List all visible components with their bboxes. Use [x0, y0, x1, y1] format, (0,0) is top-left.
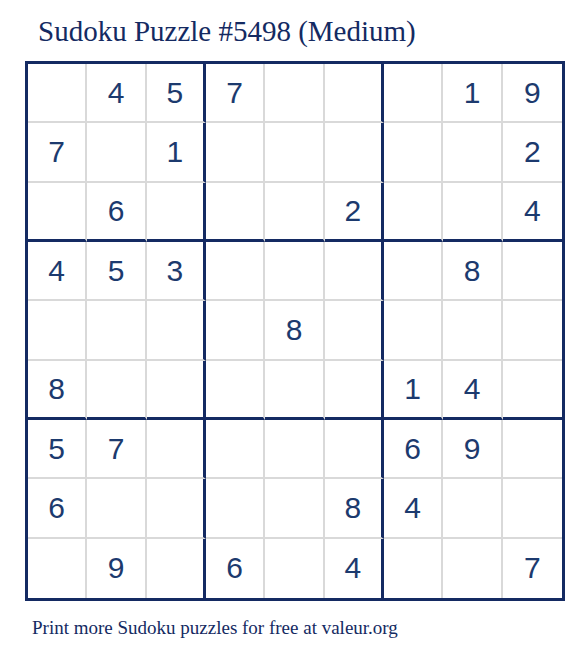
sudoku-grid: 457197126244538881457696849647: [25, 61, 565, 601]
cell-r1c3-given: 5: [147, 64, 206, 123]
cell-r3c2-given: 6: [87, 183, 146, 242]
cell-r8c5-empty[interactable]: [265, 479, 324, 538]
cell-r7c2-given: 7: [87, 420, 146, 479]
cell-r4c5-empty[interactable]: [265, 242, 324, 301]
cell-r5c1-empty[interactable]: [28, 301, 87, 360]
cell-r2c2-empty[interactable]: [87, 123, 146, 182]
cell-r1c9-given: 9: [503, 64, 562, 123]
cell-r4c7-empty[interactable]: [384, 242, 443, 301]
cell-r2c8-empty[interactable]: [443, 123, 502, 182]
cell-r3c8-empty[interactable]: [443, 183, 502, 242]
cell-r9c4-given: 6: [206, 539, 265, 598]
cell-r5c6-empty[interactable]: [325, 301, 384, 360]
cell-r5c2-empty[interactable]: [87, 301, 146, 360]
cell-r2c3-given: 1: [147, 123, 206, 182]
cell-r9c1-empty[interactable]: [28, 539, 87, 598]
cell-r6c3-empty[interactable]: [147, 361, 206, 420]
cell-r4c8-given: 8: [443, 242, 502, 301]
cell-r6c8-given: 4: [443, 361, 502, 420]
cell-r7c8-given: 9: [443, 420, 502, 479]
cell-r4c2-given: 5: [87, 242, 146, 301]
cell-r5c3-empty[interactable]: [147, 301, 206, 360]
cell-r9c7-empty[interactable]: [384, 539, 443, 598]
cell-r6c6-empty[interactable]: [325, 361, 384, 420]
cell-r8c4-empty[interactable]: [206, 479, 265, 538]
cell-r5c5-given: 8: [265, 301, 324, 360]
cell-r4c3-given: 3: [147, 242, 206, 301]
cell-r9c2-given: 9: [87, 539, 146, 598]
cell-r6c2-empty[interactable]: [87, 361, 146, 420]
cell-r5c9-empty[interactable]: [503, 301, 562, 360]
cell-r1c8-given: 1: [443, 64, 502, 123]
cell-r9c9-given: 7: [503, 539, 562, 598]
cell-r3c3-empty[interactable]: [147, 183, 206, 242]
cell-r9c5-empty[interactable]: [265, 539, 324, 598]
cell-r8c1-given: 6: [28, 479, 87, 538]
cell-r5c8-empty[interactable]: [443, 301, 502, 360]
cell-r7c3-empty[interactable]: [147, 420, 206, 479]
page-title: Sudoku Puzzle #5498 (Medium): [38, 14, 416, 49]
cell-r2c1-given: 7: [28, 123, 87, 182]
cell-r2c4-empty[interactable]: [206, 123, 265, 182]
cell-r7c9-empty[interactable]: [503, 420, 562, 479]
cell-r3c5-empty[interactable]: [265, 183, 324, 242]
cell-r2c7-empty[interactable]: [384, 123, 443, 182]
cell-r6c4-empty[interactable]: [206, 361, 265, 420]
cell-r6c9-empty[interactable]: [503, 361, 562, 420]
cell-r3c6-given: 2: [325, 183, 384, 242]
cell-r3c1-empty[interactable]: [28, 183, 87, 242]
cell-r1c1-empty[interactable]: [28, 64, 87, 123]
cell-r1c2-given: 4: [87, 64, 146, 123]
footer-note: Print more Sudoku puzzles for free at va…: [32, 616, 398, 641]
cell-r1c5-empty[interactable]: [265, 64, 324, 123]
cell-r1c6-empty[interactable]: [325, 64, 384, 123]
cell-r8c3-empty[interactable]: [147, 479, 206, 538]
cell-r2c9-given: 2: [503, 123, 562, 182]
cell-r6c1-given: 8: [28, 361, 87, 420]
cell-r8c6-given: 8: [325, 479, 384, 538]
cell-r3c4-empty[interactable]: [206, 183, 265, 242]
cell-r8c8-empty[interactable]: [443, 479, 502, 538]
cell-r9c8-empty[interactable]: [443, 539, 502, 598]
cell-r6c7-given: 1: [384, 361, 443, 420]
cell-r4c6-empty[interactable]: [325, 242, 384, 301]
cell-r5c4-empty[interactable]: [206, 301, 265, 360]
cell-r7c7-given: 6: [384, 420, 443, 479]
cell-r3c9-given: 4: [503, 183, 562, 242]
cell-r1c7-empty[interactable]: [384, 64, 443, 123]
cell-r4c1-given: 4: [28, 242, 87, 301]
cell-r7c6-empty[interactable]: [325, 420, 384, 479]
cell-r2c5-empty[interactable]: [265, 123, 324, 182]
cell-r9c3-empty[interactable]: [147, 539, 206, 598]
cell-r6c5-empty[interactable]: [265, 361, 324, 420]
cell-r9c6-given: 4: [325, 539, 384, 598]
cell-r5c7-empty[interactable]: [384, 301, 443, 360]
cell-r4c9-empty[interactable]: [503, 242, 562, 301]
cell-r7c4-empty[interactable]: [206, 420, 265, 479]
cell-r7c1-given: 5: [28, 420, 87, 479]
cell-r8c9-empty[interactable]: [503, 479, 562, 538]
cell-r3c7-empty[interactable]: [384, 183, 443, 242]
cell-r7c5-empty[interactable]: [265, 420, 324, 479]
cell-r2c6-empty[interactable]: [325, 123, 384, 182]
cell-r8c7-given: 4: [384, 479, 443, 538]
cell-r1c4-given: 7: [206, 64, 265, 123]
cell-r4c4-empty[interactable]: [206, 242, 265, 301]
cell-r8c2-empty[interactable]: [87, 479, 146, 538]
